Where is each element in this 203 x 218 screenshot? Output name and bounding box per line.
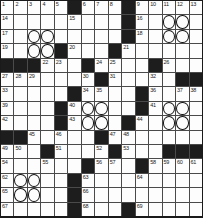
- clue-number: 1: [2, 1, 5, 7]
- black-cell: [68, 87, 80, 100]
- cell[interactable]: 57: [109, 159, 121, 172]
- circle-marker: [163, 15, 175, 28]
- cell[interactable]: [163, 131, 175, 144]
- cell[interactable]: [149, 203, 161, 216]
- cell[interactable]: 62: [1, 174, 13, 187]
- cell[interactable]: [41, 87, 53, 100]
- cell[interactable]: [95, 116, 107, 129]
- cell[interactable]: [176, 131, 188, 144]
- clue-number: 30: [83, 73, 89, 79]
- clue-number: 50: [15, 145, 21, 151]
- cell[interactable]: [190, 188, 202, 201]
- cell[interactable]: [163, 87, 175, 100]
- cell[interactable]: 17: [1, 30, 13, 43]
- cell[interactable]: [41, 73, 53, 86]
- cell[interactable]: [82, 145, 94, 158]
- cell[interactable]: [28, 87, 40, 100]
- cell[interactable]: [95, 15, 107, 28]
- cell[interactable]: [190, 203, 202, 216]
- cell[interactable]: [14, 102, 26, 115]
- cell[interactable]: 52: [95, 145, 107, 158]
- circle-marker: [14, 188, 26, 201]
- cell[interactable]: [190, 15, 202, 28]
- cell[interactable]: [68, 131, 80, 144]
- cell[interactable]: [14, 30, 26, 43]
- clue-number: 47: [110, 131, 116, 137]
- clue-number: 40: [69, 102, 75, 108]
- cell[interactable]: 26: [163, 59, 175, 72]
- cell[interactable]: 24: [95, 59, 107, 72]
- cell[interactable]: [55, 87, 67, 100]
- cell[interactable]: [68, 59, 80, 72]
- circle-marker: [95, 116, 107, 129]
- clue-number: 12: [177, 1, 183, 7]
- cell[interactable]: [82, 102, 94, 115]
- clue-number: 58: [150, 159, 156, 165]
- clue-number: 61: [191, 159, 197, 165]
- cell[interactable]: [55, 174, 67, 187]
- clue-number: 52: [96, 145, 102, 151]
- cell[interactable]: 27: [1, 73, 13, 86]
- black-cell: [190, 73, 202, 86]
- cell[interactable]: [28, 116, 40, 129]
- cell[interactable]: 58: [149, 159, 161, 172]
- clue-number: 28: [15, 73, 21, 79]
- cell[interactable]: [68, 30, 80, 43]
- circle-marker: [95, 102, 107, 115]
- cell[interactable]: [190, 59, 202, 72]
- cell[interactable]: [14, 159, 26, 172]
- clue-number: 23: [56, 59, 62, 65]
- cell[interactable]: [68, 145, 80, 158]
- black-cell: [68, 174, 80, 187]
- clue-number: 6: [83, 1, 86, 7]
- cell[interactable]: [41, 15, 53, 28]
- circle-marker: [82, 102, 94, 115]
- black-cell: [190, 145, 202, 158]
- cell[interactable]: [163, 102, 175, 115]
- black-cell: [136, 159, 148, 172]
- cell[interactable]: [28, 44, 40, 57]
- clue-number: 7: [96, 1, 99, 7]
- clue-number: 41: [150, 102, 156, 108]
- cell[interactable]: [41, 116, 53, 129]
- cell[interactable]: [176, 102, 188, 115]
- cell[interactable]: [28, 174, 40, 187]
- cell[interactable]: [149, 44, 161, 57]
- cell[interactable]: [176, 188, 188, 201]
- cell[interactable]: [149, 131, 161, 144]
- clue-number: 34: [83, 87, 89, 93]
- black-cell: [163, 145, 175, 158]
- clue-number: 19: [2, 44, 8, 50]
- cell[interactable]: [41, 131, 53, 144]
- cell[interactable]: 53: [122, 145, 134, 158]
- circle-marker: [163, 116, 175, 129]
- black-cell: [176, 73, 188, 86]
- cell[interactable]: [14, 15, 26, 28]
- cell[interactable]: [28, 15, 40, 28]
- cell[interactable]: [163, 174, 175, 187]
- clue-number: 39: [2, 102, 8, 108]
- cell[interactable]: [14, 203, 26, 216]
- clue-number: 20: [69, 44, 75, 50]
- cell[interactable]: [136, 131, 148, 144]
- cell[interactable]: 36: [149, 87, 161, 100]
- black-cell: [55, 116, 67, 129]
- circle-marker: [28, 188, 40, 201]
- cell[interactable]: [122, 87, 134, 100]
- cell[interactable]: 49: [1, 145, 13, 158]
- cell[interactable]: 5: [55, 1, 67, 14]
- cell[interactable]: 59: [163, 159, 175, 172]
- cell[interactable]: [109, 102, 121, 115]
- cell[interactable]: 45: [28, 131, 40, 144]
- cell[interactable]: 2: [14, 1, 26, 14]
- clue-number: 33: [2, 87, 8, 93]
- cell[interactable]: [176, 44, 188, 57]
- cell[interactable]: [136, 59, 148, 72]
- cell[interactable]: 46: [55, 131, 67, 144]
- cell[interactable]: 12: [176, 1, 188, 14]
- cell[interactable]: [55, 203, 67, 216]
- circle-marker: [28, 174, 40, 187]
- cell[interactable]: [82, 131, 94, 144]
- clue-number: 53: [123, 145, 129, 151]
- black-cell: [122, 203, 134, 216]
- black-cell: [109, 44, 121, 57]
- black-cell: [68, 1, 80, 14]
- cell[interactable]: 13: [190, 1, 202, 14]
- black-cell: [68, 188, 80, 201]
- cell[interactable]: 32: [149, 73, 161, 86]
- black-cell: [136, 87, 148, 100]
- black-cell: [122, 1, 134, 14]
- black-cell: [95, 73, 107, 86]
- cell[interactable]: 39: [1, 102, 13, 115]
- circle-marker: [14, 174, 26, 187]
- cell[interactable]: [149, 188, 161, 201]
- cell[interactable]: 10: [149, 1, 161, 14]
- cell[interactable]: [136, 188, 148, 201]
- cell[interactable]: [28, 203, 40, 216]
- cell[interactable]: [14, 44, 26, 57]
- cell[interactable]: [109, 188, 121, 201]
- clue-number: 65: [2, 188, 8, 194]
- clue-number: 31: [110, 73, 116, 79]
- clue-number: 55: [42, 159, 48, 165]
- cell[interactable]: 61: [190, 159, 202, 172]
- cell[interactable]: [95, 30, 107, 43]
- cell[interactable]: 63: [82, 174, 94, 187]
- cell[interactable]: [68, 73, 80, 86]
- clue-number: 8: [110, 1, 113, 7]
- clue-number: 68: [83, 203, 89, 209]
- cell[interactable]: [109, 87, 121, 100]
- clue-number: 43: [69, 116, 75, 122]
- cell[interactable]: [14, 87, 26, 100]
- clue-number: 17: [2, 30, 8, 36]
- clue-number: 26: [164, 59, 170, 65]
- clue-number: 49: [2, 145, 8, 151]
- cell[interactable]: [68, 159, 80, 172]
- cell[interactable]: [136, 73, 148, 86]
- circle-marker: [28, 44, 40, 57]
- cell[interactable]: [176, 174, 188, 187]
- cell[interactable]: 18: [136, 30, 148, 43]
- clue-number: 67: [2, 203, 8, 209]
- cell[interactable]: 31: [109, 73, 121, 86]
- clue-number: 22: [42, 59, 48, 65]
- clue-number: 51: [56, 145, 62, 151]
- cell[interactable]: 6: [82, 1, 94, 14]
- cell[interactable]: 64: [136, 174, 148, 187]
- cell[interactable]: 14: [1, 15, 13, 28]
- clue-number: 60: [177, 159, 183, 165]
- cell[interactable]: 3: [28, 1, 40, 14]
- black-cell: [55, 102, 67, 115]
- black-cell: [122, 116, 134, 129]
- clue-number: 48: [123, 131, 129, 137]
- cell[interactable]: 40: [68, 102, 80, 115]
- cell[interactable]: [82, 15, 94, 28]
- cell[interactable]: [14, 174, 26, 187]
- cell[interactable]: [41, 44, 53, 57]
- cell[interactable]: 41: [149, 102, 161, 115]
- black-cell: [149, 59, 161, 72]
- clue-number: 46: [56, 131, 62, 137]
- clue-number: 36: [150, 87, 156, 93]
- cell[interactable]: [95, 102, 107, 115]
- cell[interactable]: [82, 116, 94, 129]
- cell[interactable]: [109, 30, 121, 43]
- clue-number: 45: [29, 131, 35, 137]
- cell[interactable]: [136, 145, 148, 158]
- clue-number: 69: [137, 203, 143, 209]
- cell[interactable]: [55, 30, 67, 43]
- cell[interactable]: 25: [109, 59, 121, 72]
- cell[interactable]: [41, 203, 53, 216]
- cell[interactable]: 19: [1, 44, 13, 57]
- black-cell: [14, 131, 26, 144]
- cell[interactable]: [41, 174, 53, 187]
- cell[interactable]: 67: [1, 203, 13, 216]
- cell[interactable]: [163, 44, 175, 57]
- clue-number: 25: [110, 59, 116, 65]
- black-cell: [109, 145, 121, 158]
- cell[interactable]: 28: [14, 73, 26, 86]
- cell[interactable]: [122, 174, 134, 187]
- cell[interactable]: [14, 116, 26, 129]
- cell[interactable]: [28, 30, 40, 43]
- cell[interactable]: 48: [122, 131, 134, 144]
- cell[interactable]: [109, 174, 121, 187]
- cell[interactable]: 8: [109, 1, 121, 14]
- cell[interactable]: 15: [68, 15, 80, 28]
- black-cell: [55, 44, 67, 57]
- cell[interactable]: 65: [1, 188, 13, 201]
- cell[interactable]: [28, 188, 40, 201]
- cell[interactable]: 22: [41, 59, 53, 72]
- cell[interactable]: [190, 44, 202, 57]
- cell[interactable]: [149, 30, 161, 43]
- cell[interactable]: 37: [176, 87, 188, 100]
- cell[interactable]: [55, 188, 67, 201]
- cell[interactable]: [82, 30, 94, 43]
- black-cell: [122, 15, 134, 28]
- cell[interactable]: [163, 203, 175, 216]
- clue-number: 14: [2, 15, 8, 21]
- cell[interactable]: 20: [68, 44, 80, 57]
- cell[interactable]: [95, 188, 107, 201]
- cell[interactable]: [41, 188, 53, 201]
- clue-number: 64: [137, 174, 143, 180]
- cell[interactable]: 56: [95, 159, 107, 172]
- clue-number: 16: [137, 15, 143, 21]
- black-cell: [14, 59, 26, 72]
- cell[interactable]: [28, 145, 40, 158]
- clue-number: 4: [42, 1, 45, 7]
- black-cell: [176, 145, 188, 158]
- cell[interactable]: 66: [82, 188, 94, 201]
- black-cell: [1, 131, 13, 144]
- cell[interactable]: [176, 30, 188, 43]
- cell[interactable]: [190, 30, 202, 43]
- cell[interactable]: [163, 188, 175, 201]
- clue-number: 44: [137, 116, 143, 122]
- cell[interactable]: 16: [136, 15, 148, 28]
- circle-marker: [82, 116, 94, 129]
- cell[interactable]: [55, 15, 67, 28]
- cell[interactable]: [122, 188, 134, 201]
- clue-number: 27: [2, 73, 8, 79]
- cell[interactable]: [190, 174, 202, 187]
- cell[interactable]: 1: [1, 1, 13, 14]
- clue-number: 35: [96, 87, 102, 93]
- cell[interactable]: [28, 159, 40, 172]
- cell[interactable]: [149, 174, 161, 187]
- cell[interactable]: [176, 15, 188, 28]
- cell[interactable]: [122, 102, 134, 115]
- cell[interactable]: 44: [136, 116, 148, 129]
- clue-number: 11: [164, 1, 169, 7]
- cell[interactable]: 60: [176, 159, 188, 172]
- cell[interactable]: [41, 30, 53, 43]
- clue-number: 24: [96, 59, 102, 65]
- cell[interactable]: [190, 131, 202, 144]
- clue-number: 62: [2, 174, 8, 180]
- cell[interactable]: [122, 73, 134, 86]
- cell[interactable]: 9: [136, 1, 148, 14]
- cell[interactable]: 21: [122, 44, 134, 57]
- cell[interactable]: 50: [14, 145, 26, 158]
- cell[interactable]: [109, 116, 121, 129]
- cell[interactable]: [109, 15, 121, 28]
- clue-number: 15: [69, 15, 75, 21]
- cell[interactable]: 68: [82, 203, 94, 216]
- clue-number: 42: [2, 116, 8, 122]
- clue-number: 3: [29, 1, 32, 7]
- cell[interactable]: 51: [55, 145, 67, 158]
- cell[interactable]: 54: [1, 159, 13, 172]
- clue-number: 54: [2, 159, 8, 165]
- black-cell: [122, 30, 134, 43]
- cell[interactable]: 47: [109, 131, 121, 144]
- cell[interactable]: [55, 73, 67, 86]
- cell[interactable]: [190, 102, 202, 115]
- cell[interactable]: 69: [136, 203, 148, 216]
- cell[interactable]: 33: [1, 87, 13, 100]
- cell[interactable]: [122, 59, 134, 72]
- cell[interactable]: [122, 159, 134, 172]
- circle-marker: [176, 102, 188, 115]
- circle-marker: [41, 30, 53, 43]
- cell[interactable]: [28, 102, 40, 115]
- clue-number: 56: [96, 159, 102, 165]
- cell[interactable]: [95, 44, 107, 57]
- circle-marker: [41, 44, 53, 57]
- cell[interactable]: [14, 188, 26, 201]
- cell[interactable]: [149, 116, 161, 129]
- cell[interactable]: 34: [82, 87, 94, 100]
- cell[interactable]: [82, 44, 94, 57]
- cell[interactable]: [109, 203, 121, 216]
- cell[interactable]: [55, 159, 67, 172]
- cell[interactable]: [163, 73, 175, 86]
- black-cell: [95, 131, 107, 144]
- cell[interactable]: 7: [95, 1, 107, 14]
- cell[interactable]: [163, 116, 175, 129]
- cell[interactable]: [95, 174, 107, 187]
- clue-number: 10: [150, 1, 156, 7]
- cell[interactable]: [149, 15, 161, 28]
- cell[interactable]: [95, 203, 107, 216]
- cell[interactable]: 4: [41, 1, 53, 14]
- black-cell: [82, 159, 94, 172]
- cell[interactable]: 35: [95, 87, 107, 100]
- clue-number: 18: [137, 30, 143, 36]
- cell[interactable]: 38: [190, 87, 202, 100]
- cell[interactable]: 11: [163, 1, 175, 14]
- crossword-grid: 1234567891011121314151617181920212223242…: [0, 0, 203, 218]
- clue-number: 57: [110, 159, 116, 165]
- circle-marker: [163, 102, 175, 115]
- clue-number: 9: [137, 1, 140, 7]
- cell[interactable]: [176, 116, 188, 129]
- cell[interactable]: [190, 116, 202, 129]
- cell[interactable]: [41, 102, 53, 115]
- cell[interactable]: 42: [1, 116, 13, 129]
- cell[interactable]: [176, 203, 188, 216]
- circle-marker: [28, 30, 40, 43]
- cell[interactable]: [163, 30, 175, 43]
- cell[interactable]: [136, 44, 148, 57]
- cell[interactable]: [176, 59, 188, 72]
- circle-marker: [176, 30, 188, 43]
- cell[interactable]: 43: [68, 116, 80, 129]
- clue-number: 32: [150, 73, 156, 79]
- black-cell: [82, 59, 94, 72]
- clue-number: 29: [29, 73, 35, 79]
- circle-marker: [163, 30, 175, 43]
- cell[interactable]: [163, 15, 175, 28]
- cell[interactable]: 23: [55, 59, 67, 72]
- cell[interactable]: 55: [41, 159, 53, 172]
- cell[interactable]: [149, 145, 161, 158]
- cell[interactable]: 29: [28, 73, 40, 86]
- clue-number: 59: [164, 159, 170, 165]
- cell[interactable]: 30: [82, 73, 94, 86]
